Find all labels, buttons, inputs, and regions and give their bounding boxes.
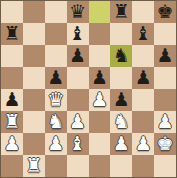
square-f4[interactable]: ♟	[110, 89, 132, 111]
square-d2[interactable]: ♝	[67, 133, 89, 155]
piece-white-rook[interactable]: ♜	[3, 112, 20, 131]
square-g1[interactable]	[132, 155, 154, 177]
square-h1[interactable]	[154, 155, 176, 177]
square-e3[interactable]	[89, 111, 111, 133]
square-a7[interactable]: ♜	[1, 23, 23, 45]
square-f7[interactable]	[110, 23, 132, 45]
square-c3[interactable]: ♞	[45, 111, 67, 133]
piece-white-queen[interactable]: ♛	[47, 90, 64, 109]
square-h5[interactable]	[154, 67, 176, 89]
square-b3[interactable]	[23, 111, 45, 133]
square-h7[interactable]	[154, 23, 176, 45]
square-e2[interactable]	[89, 133, 111, 155]
piece-black-pawn[interactable]: ♟	[3, 90, 20, 109]
piece-black-pawn[interactable]: ♟	[157, 46, 174, 65]
square-h8[interactable]: ♚	[154, 1, 176, 23]
square-g5[interactable]: ♟	[132, 67, 154, 89]
piece-black-pawn[interactable]: ♟	[47, 68, 64, 87]
square-c4[interactable]: ♛	[45, 89, 67, 111]
square-f3[interactable]: ♞	[110, 111, 132, 133]
square-d1[interactable]	[67, 155, 89, 177]
square-e4[interactable]: ♟	[89, 89, 111, 111]
square-a4[interactable]: ♟	[1, 89, 23, 111]
square-h6[interactable]: ♟	[154, 45, 176, 67]
square-b4[interactable]	[23, 89, 45, 111]
square-g7[interactable]: ♝	[132, 23, 154, 45]
square-a8[interactable]	[1, 1, 23, 23]
piece-white-pawn[interactable]: ♟	[69, 112, 86, 131]
square-a3[interactable]: ♜	[1, 111, 23, 133]
piece-black-pawn[interactable]: ♟	[91, 68, 108, 87]
piece-white-king[interactable]: ♚	[157, 134, 174, 153]
square-b8[interactable]	[23, 1, 45, 23]
piece-black-pawn[interactable]: ♟	[113, 90, 130, 109]
piece-white-knight[interactable]: ♞	[47, 112, 64, 131]
square-e5[interactable]: ♟	[89, 67, 111, 89]
square-h2[interactable]: ♚	[154, 133, 176, 155]
piece-black-bishop[interactable]: ♝	[135, 24, 152, 43]
square-a5[interactable]	[1, 67, 23, 89]
square-c5[interactable]: ♟	[45, 67, 67, 89]
piece-white-rook[interactable]: ♜	[25, 156, 42, 175]
square-b2[interactable]	[23, 133, 45, 155]
square-e8[interactable]	[89, 1, 111, 23]
square-g8[interactable]	[132, 1, 154, 23]
piece-white-pawn[interactable]: ♟	[113, 134, 130, 153]
piece-black-rook[interactable]: ♜	[3, 24, 20, 43]
square-f1[interactable]	[110, 155, 132, 177]
square-a2[interactable]: ♟	[1, 133, 23, 155]
square-d6[interactable]: ♟	[67, 45, 89, 67]
square-f8[interactable]: ♜	[110, 1, 132, 23]
square-a6[interactable]	[1, 45, 23, 67]
piece-black-pawn[interactable]: ♟	[69, 46, 86, 65]
square-b5[interactable]	[23, 67, 45, 89]
square-d5[interactable]	[67, 67, 89, 89]
piece-white-pawn[interactable]: ♟	[3, 134, 20, 153]
square-f6[interactable]: ♞	[110, 45, 132, 67]
piece-black-rook[interactable]: ♜	[113, 2, 130, 21]
square-e6[interactable]	[89, 45, 111, 67]
square-c6[interactable]	[45, 45, 67, 67]
square-g4[interactable]	[132, 89, 154, 111]
square-g2[interactable]: ♟	[132, 133, 154, 155]
square-d8[interactable]: ♛	[67, 1, 89, 23]
square-c8[interactable]	[45, 1, 67, 23]
square-g6[interactable]	[132, 45, 154, 67]
square-b1[interactable]: ♜	[23, 155, 45, 177]
piece-white-pawn[interactable]: ♟	[135, 134, 152, 153]
square-h3[interactable]: ♟	[154, 111, 176, 133]
square-d3[interactable]: ♟	[67, 111, 89, 133]
square-f2[interactable]: ♟	[110, 133, 132, 155]
square-b6[interactable]	[23, 45, 45, 67]
square-c7[interactable]	[45, 23, 67, 45]
piece-black-queen[interactable]: ♛	[69, 2, 86, 21]
piece-black-pawn[interactable]: ♟	[135, 68, 152, 87]
piece-white-knight[interactable]: ♞	[113, 112, 130, 131]
square-h4[interactable]	[154, 89, 176, 111]
piece-white-pawn[interactable]: ♟	[157, 112, 174, 131]
square-e1[interactable]	[89, 155, 111, 177]
piece-black-bishop[interactable]: ♝	[69, 24, 86, 43]
square-d4[interactable]	[67, 89, 89, 111]
square-a1[interactable]	[1, 155, 23, 177]
chess-board: ♛♜♚♜♝♝♟♞♟♟♟♟♟♛♟♟♜♞♟♞♟♟♟♝♟♟♚♜	[0, 0, 177, 178]
square-e7[interactable]	[89, 23, 111, 45]
square-c2[interactable]: ♟	[45, 133, 67, 155]
piece-white-pawn[interactable]: ♟	[91, 90, 108, 109]
square-c1[interactable]	[45, 155, 67, 177]
square-d7[interactable]: ♝	[67, 23, 89, 45]
square-b7[interactable]	[23, 23, 45, 45]
piece-black-king[interactable]: ♚	[157, 2, 174, 21]
piece-white-bishop[interactable]: ♝	[69, 134, 86, 153]
piece-black-knight[interactable]: ♞	[113, 46, 130, 65]
piece-white-pawn[interactable]: ♟	[47, 134, 64, 153]
square-f5[interactable]	[110, 67, 132, 89]
square-g3[interactable]	[132, 111, 154, 133]
